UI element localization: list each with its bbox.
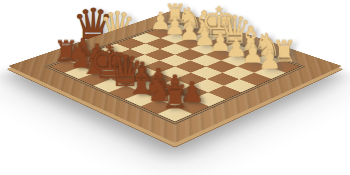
board-square[interactable]: ♟ xyxy=(254,67,286,80)
light-pawn[interactable]: ♟ xyxy=(247,46,292,72)
chess-board-squares[interactable]: ♜♞♝♚♛♝♞♜♟♟♟♟♟♟♟♟♟♟♟♟♟♟♟♟♜♞♝♚♛♝♞♜ xyxy=(49,22,301,122)
board-square[interactable]: ♜ xyxy=(158,107,193,122)
chess-set-photo: ♛ ♛ ♜♞♝♚♛♝♞♜♟♟♟♟♟♟♟♟♟♟♟♟♟♟♟♟♜♞♝♚♛♝♞♜ xyxy=(0,0,350,175)
board-scene: ♜♞♝♚♛♝♞♜♟♟♟♟♟♟♟♟♟♟♟♟♟♟♟♟♜♞♝♚♛♝♞♜ xyxy=(0,0,350,175)
dark-rook[interactable]: ♜ xyxy=(151,82,200,114)
chess-board: ♜♞♝♚♛♝♞♜♟♟♟♟♟♟♟♟♟♟♟♟♟♟♟♟♜♞♝♚♛♝♞♜ xyxy=(8,10,342,143)
